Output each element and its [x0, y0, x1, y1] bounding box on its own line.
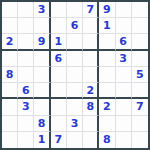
cell-r2c5[interactable]: 6	[67, 18, 83, 34]
cell-r7c3[interactable]	[34, 99, 50, 115]
cell-r4c6[interactable]	[83, 51, 99, 67]
cell-r8c6[interactable]	[83, 116, 99, 132]
cell-r9c3[interactable]: 1	[34, 132, 50, 148]
cell-r7c4[interactable]	[51, 99, 67, 115]
cell-r2c1[interactable]	[2, 18, 18, 34]
cell-r6c8[interactable]	[116, 83, 132, 99]
cell-r9c9[interactable]	[132, 132, 148, 148]
cell-r2c8[interactable]	[116, 18, 132, 34]
cell-r8c5[interactable]: 3	[67, 116, 83, 132]
cell-r2c4[interactable]	[51, 18, 67, 34]
cell-r1c9[interactable]	[132, 2, 148, 18]
cell-r9c8[interactable]	[116, 132, 132, 148]
cell-r5c4[interactable]	[51, 67, 67, 83]
cell-r7c9[interactable]: 7	[132, 99, 148, 115]
cell-r3c6[interactable]	[83, 34, 99, 50]
cell-r7c1[interactable]	[2, 99, 18, 115]
cell-r8c1[interactable]	[2, 116, 18, 132]
cell-r9c4[interactable]: 7	[51, 132, 67, 148]
cell-r9c5[interactable]	[67, 132, 83, 148]
cell-r7c6[interactable]: 8	[83, 99, 99, 115]
cell-r3c5[interactable]	[67, 34, 83, 50]
cell-r7c8[interactable]	[116, 99, 132, 115]
cell-r3c4[interactable]: 1	[51, 34, 67, 50]
cell-r1c7[interactable]: 9	[99, 2, 115, 18]
sudoku-board: 379612916638562382783178	[0, 0, 150, 150]
cell-r4c2[interactable]	[18, 51, 34, 67]
cell-r8c4[interactable]	[51, 116, 67, 132]
cell-r2c7[interactable]: 1	[99, 18, 115, 34]
cell-r7c5[interactable]	[67, 99, 83, 115]
cell-r9c6[interactable]	[83, 132, 99, 148]
cell-r1c5[interactable]	[67, 2, 83, 18]
cell-r4c8[interactable]: 3	[116, 51, 132, 67]
cell-r6c1[interactable]	[2, 83, 18, 99]
cell-r3c7[interactable]	[99, 34, 115, 50]
cell-r5c8[interactable]	[116, 67, 132, 83]
cell-r2c9[interactable]	[132, 18, 148, 34]
cell-r3c9[interactable]	[132, 34, 148, 50]
cell-r6c6[interactable]: 2	[83, 83, 99, 99]
cell-r5c3[interactable]	[34, 67, 50, 83]
cell-r1c4[interactable]	[51, 2, 67, 18]
cell-r7c2[interactable]: 3	[18, 99, 34, 115]
cell-r8c7[interactable]	[99, 116, 115, 132]
cell-r1c3[interactable]: 3	[34, 2, 50, 18]
cell-r8c2[interactable]	[18, 116, 34, 132]
cell-r4c4[interactable]: 6	[51, 51, 67, 67]
cell-r5c5[interactable]	[67, 67, 83, 83]
cell-r6c5[interactable]	[67, 83, 83, 99]
cell-r7c7[interactable]: 2	[99, 99, 115, 115]
cell-r9c2[interactable]	[18, 132, 34, 148]
cell-r6c4[interactable]	[51, 83, 67, 99]
cell-r9c1[interactable]	[2, 132, 18, 148]
cell-r3c1[interactable]: 2	[2, 34, 18, 50]
cell-r4c7[interactable]	[99, 51, 115, 67]
cell-r2c6[interactable]	[83, 18, 99, 34]
cell-r6c2[interactable]: 6	[18, 83, 34, 99]
cell-r1c2[interactable]	[18, 2, 34, 18]
cell-r2c2[interactable]	[18, 18, 34, 34]
cell-r5c6[interactable]	[83, 67, 99, 83]
cell-r6c9[interactable]	[132, 83, 148, 99]
cell-r1c1[interactable]	[2, 2, 18, 18]
cell-r4c9[interactable]	[132, 51, 148, 67]
cell-r2c3[interactable]	[34, 18, 50, 34]
cell-r8c9[interactable]	[132, 116, 148, 132]
cell-r5c2[interactable]	[18, 67, 34, 83]
cell-r6c7[interactable]	[99, 83, 115, 99]
cell-r4c1[interactable]	[2, 51, 18, 67]
cell-r9c7[interactable]: 8	[99, 132, 115, 148]
cell-r5c1[interactable]: 8	[2, 67, 18, 83]
cell-r6c3[interactable]	[34, 83, 50, 99]
cell-r8c8[interactable]	[116, 116, 132, 132]
cell-r3c3[interactable]: 9	[34, 34, 50, 50]
cell-r1c8[interactable]	[116, 2, 132, 18]
cell-r5c7[interactable]	[99, 67, 115, 83]
cell-r5c9[interactable]: 5	[132, 67, 148, 83]
cell-r1c6[interactable]: 7	[83, 2, 99, 18]
cell-r4c5[interactable]	[67, 51, 83, 67]
cell-r3c2[interactable]	[18, 34, 34, 50]
cell-r4c3[interactable]	[34, 51, 50, 67]
cell-r8c3[interactable]: 8	[34, 116, 50, 132]
cell-r3c8[interactable]: 6	[116, 34, 132, 50]
